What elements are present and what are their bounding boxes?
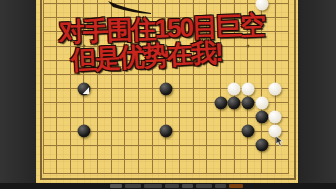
board-cell[interactable] <box>241 0 255 11</box>
board-cell[interactable] <box>145 39 159 53</box>
board-cell[interactable] <box>50 39 64 53</box>
board-cell[interactable] <box>255 25 269 39</box>
board-cell[interactable] <box>50 138 64 152</box>
board-cell[interactable] <box>145 11 159 25</box>
board-cell[interactable] <box>77 25 91 39</box>
board-cell[interactable] <box>64 96 78 110</box>
board-cell[interactable] <box>282 39 296 53</box>
board-cell[interactable] <box>173 67 187 81</box>
board-cell[interactable] <box>268 11 282 25</box>
board-cell[interactable] <box>50 67 64 81</box>
board-cell[interactable] <box>214 25 228 39</box>
board-cell[interactable] <box>91 153 105 167</box>
board-cell[interactable] <box>77 153 91 167</box>
board-cell[interactable] <box>91 96 105 110</box>
board-cell[interactable] <box>132 82 146 96</box>
board-cell[interactable] <box>64 138 78 152</box>
board-cell[interactable] <box>214 39 228 53</box>
board-cell[interactable] <box>200 67 214 81</box>
board-cell[interactable] <box>227 11 241 25</box>
board-cell[interactable] <box>118 25 132 39</box>
board-cell[interactable] <box>64 124 78 138</box>
board-cell[interactable] <box>132 138 146 152</box>
board-cell[interactable] <box>145 96 159 110</box>
board-cell[interactable] <box>64 153 78 167</box>
board-cell[interactable] <box>173 39 187 53</box>
board-cell[interactable] <box>118 39 132 53</box>
board-cell[interactable] <box>268 167 282 181</box>
board-cell[interactable] <box>173 138 187 152</box>
board-cell[interactable] <box>186 167 200 181</box>
board-cell[interactable] <box>118 82 132 96</box>
board-cell[interactable] <box>77 167 91 181</box>
board-cell[interactable] <box>282 138 296 152</box>
board-cell[interactable] <box>36 11 50 25</box>
board-cell[interactable] <box>118 110 132 124</box>
board-cell[interactable] <box>118 153 132 167</box>
board-cell[interactable] <box>255 82 269 96</box>
board-cell[interactable] <box>50 167 64 181</box>
board-cell[interactable] <box>132 124 146 138</box>
board-cell[interactable] <box>50 0 64 11</box>
mouse-cursor-icon <box>276 132 284 142</box>
board-cell[interactable] <box>214 96 228 110</box>
board-cell[interactable] <box>77 0 91 11</box>
board-cell[interactable] <box>77 110 91 124</box>
board-cell[interactable] <box>50 110 64 124</box>
board-cell[interactable] <box>227 82 241 96</box>
board-cell[interactable] <box>200 0 214 11</box>
board-cell[interactable] <box>186 67 200 81</box>
board-cell[interactable] <box>255 39 269 53</box>
board-cell[interactable] <box>173 153 187 167</box>
board-cell[interactable] <box>241 53 255 67</box>
board-cell[interactable] <box>104 25 118 39</box>
board-cell[interactable] <box>36 138 50 152</box>
toolbar-button[interactable] <box>215 184 226 188</box>
black-stone <box>228 96 241 109</box>
board-cell[interactable] <box>36 167 50 181</box>
board-cell[interactable] <box>214 124 228 138</box>
board-cell[interactable] <box>104 167 118 181</box>
board-cell[interactable] <box>104 153 118 167</box>
board-cell[interactable] <box>214 53 228 67</box>
board-cell[interactable] <box>159 0 173 11</box>
board-cell[interactable] <box>255 11 269 25</box>
board-cell[interactable] <box>77 11 91 25</box>
board-cell[interactable] <box>255 110 269 124</box>
board-cell[interactable] <box>227 138 241 152</box>
board-cell[interactable] <box>104 82 118 96</box>
board-cell[interactable] <box>118 11 132 25</box>
board-cell[interactable] <box>282 67 296 81</box>
board-cell[interactable] <box>91 124 105 138</box>
board-cell[interactable] <box>173 96 187 110</box>
board-cell[interactable] <box>186 39 200 53</box>
board-cell[interactable] <box>77 67 91 81</box>
board-cell[interactable] <box>132 153 146 167</box>
white-stone <box>228 82 241 95</box>
board-cell[interactable] <box>145 82 159 96</box>
board-cell[interactable] <box>241 138 255 152</box>
toolbar-button[interactable] <box>110 184 122 188</box>
white-stone <box>269 82 282 95</box>
board-cell[interactable] <box>159 153 173 167</box>
board-cell[interactable] <box>282 110 296 124</box>
board-cell[interactable] <box>36 96 50 110</box>
board-cell[interactable] <box>104 0 118 11</box>
white-stone <box>269 111 282 124</box>
board-cell[interactable] <box>118 124 132 138</box>
board-cell[interactable] <box>200 82 214 96</box>
board-cell[interactable] <box>91 82 105 96</box>
white-stone <box>255 96 268 109</box>
go-board[interactable]: 对手围住150目巨空 但是优势在我! <box>36 0 298 183</box>
board-cell[interactable] <box>132 96 146 110</box>
board-cell[interactable] <box>227 39 241 53</box>
board-cell[interactable] <box>159 39 173 53</box>
board-cell[interactable] <box>36 82 50 96</box>
toolbar-button[interactable] <box>125 184 141 188</box>
board-cell[interactable] <box>200 124 214 138</box>
black-stone-last-move-triangle <box>77 82 90 95</box>
board-cell[interactable] <box>214 82 228 96</box>
board-cell[interactable] <box>104 96 118 110</box>
board-cell[interactable] <box>159 110 173 124</box>
board-cell[interactable] <box>104 53 118 67</box>
board-cell[interactable] <box>36 153 50 167</box>
black-stone <box>214 96 227 109</box>
board-cell[interactable] <box>214 67 228 81</box>
toolbar-button[interactable] <box>165 184 179 188</box>
board-cell[interactable] <box>200 39 214 53</box>
board-cell[interactable] <box>186 53 200 67</box>
board-cell[interactable] <box>91 167 105 181</box>
toolbar-button[interactable] <box>196 184 212 188</box>
board-cell[interactable] <box>36 39 50 53</box>
board-cell[interactable] <box>241 82 255 96</box>
board-cell[interactable] <box>186 96 200 110</box>
black-stone <box>255 139 268 152</box>
board-cell[interactable] <box>255 167 269 181</box>
board-cell[interactable] <box>200 96 214 110</box>
board-cell[interactable] <box>145 0 159 11</box>
black-stone <box>159 125 172 138</box>
board-cell[interactable] <box>200 11 214 25</box>
board-cell[interactable] <box>159 124 173 138</box>
board-cell[interactable] <box>227 0 241 11</box>
board-cell[interactable] <box>227 53 241 67</box>
board-cell[interactable] <box>50 153 64 167</box>
board-cell[interactable] <box>145 124 159 138</box>
board-cell[interactable] <box>241 167 255 181</box>
board-cell[interactable] <box>282 167 296 181</box>
board-cell[interactable] <box>64 25 78 39</box>
black-stone <box>255 111 268 124</box>
board-cell[interactable] <box>118 138 132 152</box>
board-cell[interactable] <box>77 96 91 110</box>
board-cell[interactable] <box>268 39 282 53</box>
board-cell[interactable] <box>282 124 296 138</box>
board-cell[interactable] <box>132 39 146 53</box>
white-stone <box>255 0 268 10</box>
board-cell[interactable] <box>268 82 282 96</box>
board-cell[interactable] <box>91 53 105 67</box>
board-cell[interactable] <box>268 153 282 167</box>
board-cell[interactable] <box>173 82 187 96</box>
board-cell[interactable] <box>64 53 78 67</box>
board-cell[interactable] <box>145 153 159 167</box>
board-cell[interactable] <box>36 124 50 138</box>
left-letterbox-bar <box>0 0 36 189</box>
board-cell[interactable] <box>64 11 78 25</box>
board-cell[interactable] <box>77 82 91 96</box>
bottom-toolbar <box>0 183 336 189</box>
board-cell[interactable] <box>132 25 146 39</box>
board-cell[interactable] <box>268 67 282 81</box>
board-cell[interactable] <box>227 96 241 110</box>
board-cell[interactable] <box>50 82 64 96</box>
board-cell[interactable] <box>145 67 159 81</box>
board-cell[interactable] <box>64 82 78 96</box>
board-cell[interactable] <box>91 11 105 25</box>
board-cell[interactable] <box>241 39 255 53</box>
board-cell[interactable] <box>268 124 282 138</box>
board-cell[interactable] <box>50 11 64 25</box>
board-cell[interactable] <box>282 153 296 167</box>
board-cell[interactable] <box>50 96 64 110</box>
board-cell[interactable] <box>132 11 146 25</box>
board-cell[interactable] <box>36 110 50 124</box>
board-cell[interactable] <box>104 67 118 81</box>
board-cell[interactable] <box>173 25 187 39</box>
board-cell[interactable] <box>255 124 269 138</box>
board-cell[interactable] <box>268 110 282 124</box>
board-cell[interactable] <box>241 124 255 138</box>
toolbar-button[interactable] <box>144 184 162 188</box>
board-cell[interactable] <box>200 138 214 152</box>
board-cell[interactable] <box>173 167 187 181</box>
board-cell[interactable] <box>50 25 64 39</box>
board-cell[interactable] <box>173 53 187 67</box>
board-cell[interactable] <box>255 138 269 152</box>
board-cell[interactable] <box>227 167 241 181</box>
board-cell[interactable] <box>118 53 132 67</box>
board-cell[interactable] <box>159 82 173 96</box>
board-cell[interactable] <box>282 96 296 110</box>
board-cell[interactable] <box>77 124 91 138</box>
board-cell[interactable] <box>241 67 255 81</box>
board-cell[interactable] <box>241 110 255 124</box>
board-cell[interactable] <box>64 0 78 11</box>
board-cell[interactable] <box>255 53 269 67</box>
board-cell[interactable] <box>132 53 146 67</box>
board-cell[interactable] <box>159 25 173 39</box>
black-stone <box>159 82 172 95</box>
board-cell[interactable] <box>227 153 241 167</box>
board-cell[interactable] <box>173 110 187 124</box>
board-cell[interactable] <box>91 25 105 39</box>
board-cell[interactable] <box>145 53 159 67</box>
black-stone <box>241 125 254 138</box>
board-cell[interactable] <box>104 110 118 124</box>
black-stone <box>241 96 254 109</box>
board-cell[interactable] <box>64 110 78 124</box>
board-cell[interactable] <box>64 39 78 53</box>
board-cell[interactable] <box>145 25 159 39</box>
board-cell[interactable] <box>255 153 269 167</box>
board-cell[interactable] <box>186 25 200 39</box>
board-cell[interactable] <box>145 167 159 181</box>
board-cell[interactable] <box>214 153 228 167</box>
board-cell[interactable] <box>91 67 105 81</box>
board-cell[interactable] <box>104 138 118 152</box>
board-cell[interactable] <box>268 25 282 39</box>
board-cell[interactable] <box>104 124 118 138</box>
board-cell[interactable] <box>159 96 173 110</box>
board-cell[interactable] <box>36 25 50 39</box>
board-cell[interactable] <box>173 11 187 25</box>
board-cell[interactable] <box>200 153 214 167</box>
board-cell[interactable] <box>268 0 282 11</box>
black-stone <box>77 125 90 138</box>
board-cell[interactable] <box>132 0 146 11</box>
board-cell[interactable] <box>64 167 78 181</box>
board-cell[interactable] <box>282 82 296 96</box>
board-cell[interactable] <box>145 138 159 152</box>
board-cell[interactable] <box>282 25 296 39</box>
board-cell[interactable] <box>268 96 282 110</box>
board-cell[interactable] <box>241 153 255 167</box>
board-cell[interactable] <box>227 25 241 39</box>
board-cell[interactable] <box>186 110 200 124</box>
board-cell[interactable] <box>241 11 255 25</box>
board-cell[interactable] <box>159 67 173 81</box>
board-cell[interactable] <box>200 110 214 124</box>
board-cell[interactable] <box>241 96 255 110</box>
toolbar-button-highlighted[interactable] <box>229 184 243 188</box>
board-cell[interactable] <box>214 167 228 181</box>
board-cell[interactable] <box>159 11 173 25</box>
board-cell[interactable] <box>186 124 200 138</box>
board-cell[interactable] <box>200 53 214 67</box>
board-cell[interactable] <box>200 25 214 39</box>
board-cell[interactable] <box>282 11 296 25</box>
board-cell[interactable] <box>104 39 118 53</box>
board-cell[interactable] <box>255 0 269 11</box>
board-cell[interactable] <box>77 138 91 152</box>
board-cell[interactable] <box>36 53 50 67</box>
board-cell[interactable] <box>227 67 241 81</box>
go-board-grid[interactable] <box>36 0 295 181</box>
board-cell[interactable] <box>186 153 200 167</box>
board-cell[interactable] <box>91 39 105 53</box>
board-cell[interactable] <box>36 67 50 81</box>
board-cell[interactable] <box>159 53 173 67</box>
board-cell[interactable] <box>186 82 200 96</box>
board-cell[interactable] <box>268 53 282 67</box>
board-cell[interactable] <box>118 167 132 181</box>
board-cell[interactable] <box>91 110 105 124</box>
board-cell[interactable] <box>186 138 200 152</box>
board-cell[interactable] <box>77 39 91 53</box>
board-cell[interactable] <box>255 67 269 81</box>
board-cell[interactable] <box>159 167 173 181</box>
board-cell[interactable] <box>214 0 228 11</box>
board-cell[interactable] <box>132 167 146 181</box>
board-cell[interactable] <box>282 53 296 67</box>
board-cell[interactable] <box>132 67 146 81</box>
board-cell[interactable] <box>227 110 241 124</box>
board-cell[interactable] <box>64 67 78 81</box>
board-cell[interactable] <box>214 110 228 124</box>
board-cell[interactable] <box>214 11 228 25</box>
white-stone <box>241 82 254 95</box>
board-cell[interactable] <box>132 110 146 124</box>
board-cell[interactable] <box>282 0 296 11</box>
board-cell[interactable] <box>227 124 241 138</box>
right-side-panel <box>298 0 336 189</box>
board-cell[interactable] <box>77 53 91 67</box>
board-cell[interactable] <box>241 25 255 39</box>
board-cell[interactable] <box>104 11 118 25</box>
board-cell[interactable] <box>173 124 187 138</box>
board-cell[interactable] <box>173 0 187 11</box>
board-cell[interactable] <box>91 0 105 11</box>
board-cell[interactable] <box>159 138 173 152</box>
board-cell[interactable] <box>255 96 269 110</box>
board-cell[interactable] <box>118 0 132 11</box>
board-cell[interactable] <box>186 0 200 11</box>
board-cell[interactable] <box>91 138 105 152</box>
board-cell[interactable] <box>200 167 214 181</box>
board-cell[interactable] <box>214 138 228 152</box>
board-cell[interactable] <box>50 124 64 138</box>
board-cell[interactable] <box>36 0 50 11</box>
board-cell[interactable] <box>118 67 132 81</box>
board-cell[interactable] <box>118 96 132 110</box>
board-cell[interactable] <box>50 53 64 67</box>
board-cell[interactable] <box>145 110 159 124</box>
toolbar-button[interactable] <box>182 184 193 188</box>
board-cell[interactable] <box>186 11 200 25</box>
